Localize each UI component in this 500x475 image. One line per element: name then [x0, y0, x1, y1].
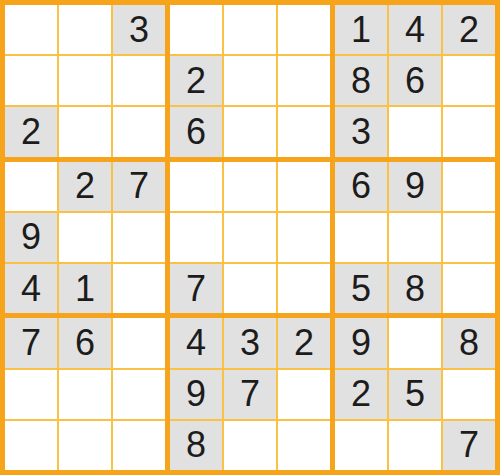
cell-r2c9[interactable] — [443, 56, 495, 105]
cell-r5c9[interactable] — [443, 213, 495, 262]
cell-r1c5[interactable] — [224, 5, 276, 54]
cell-r6c3[interactable] — [113, 264, 165, 313]
cell-r8c4: 9 — [170, 370, 222, 419]
cell-r2c7: 8 — [335, 56, 387, 105]
cell-r9c4: 8 — [170, 421, 222, 470]
cell-r1c4[interactable] — [170, 5, 222, 54]
cell-r7c5: 3 — [224, 318, 276, 367]
box-2: 26 — [170, 5, 330, 157]
cell-r9c1[interactable] — [5, 421, 57, 470]
cell-r5c2[interactable] — [59, 213, 111, 262]
cell-r1c2[interactable] — [59, 5, 111, 54]
cell-r7c1: 7 — [5, 318, 57, 367]
cell-r7c2: 6 — [59, 318, 111, 367]
cell-r9c2[interactable] — [59, 421, 111, 470]
cell-r6c7: 5 — [335, 264, 387, 313]
box-4: 27941 — [5, 162, 165, 314]
cell-r1c7: 1 — [335, 5, 387, 54]
cell-r7c4: 4 — [170, 318, 222, 367]
cell-r5c6[interactable] — [278, 213, 330, 262]
cell-r4c1[interactable] — [5, 162, 57, 211]
cell-r2c1[interactable] — [5, 56, 57, 105]
cell-r7c9: 8 — [443, 318, 495, 367]
cell-r8c8: 5 — [389, 370, 441, 419]
cell-r4c4[interactable] — [170, 162, 222, 211]
cell-r2c8: 6 — [389, 56, 441, 105]
cell-r4c7: 6 — [335, 162, 387, 211]
cell-r2c3[interactable] — [113, 56, 165, 105]
cell-r3c8[interactable] — [389, 107, 441, 156]
box-3: 142863 — [335, 5, 495, 157]
cell-r8c9[interactable] — [443, 370, 495, 419]
cell-r6c2: 1 — [59, 264, 111, 313]
cell-r9c7[interactable] — [335, 421, 387, 470]
cell-r8c6[interactable] — [278, 370, 330, 419]
cell-r6c9[interactable] — [443, 264, 495, 313]
cell-r8c5: 7 — [224, 370, 276, 419]
cell-r1c1[interactable] — [5, 5, 57, 54]
cell-r4c2: 2 — [59, 162, 111, 211]
cell-r3c9[interactable] — [443, 107, 495, 156]
cell-r4c8: 9 — [389, 162, 441, 211]
cell-r8c1[interactable] — [5, 370, 57, 419]
cell-r9c6[interactable] — [278, 421, 330, 470]
box-1: 32 — [5, 5, 165, 157]
cell-r5c8[interactable] — [389, 213, 441, 262]
cell-r6c1: 4 — [5, 264, 57, 313]
cell-r7c3[interactable] — [113, 318, 165, 367]
cell-r6c4: 7 — [170, 264, 222, 313]
cell-r4c3: 7 — [113, 162, 165, 211]
cell-r5c3[interactable] — [113, 213, 165, 262]
cell-r5c4[interactable] — [170, 213, 222, 262]
cell-r2c4: 2 — [170, 56, 222, 105]
cell-r1c3: 3 — [113, 5, 165, 54]
cell-r6c6[interactable] — [278, 264, 330, 313]
cell-r3c5[interactable] — [224, 107, 276, 156]
cell-r3c1: 2 — [5, 107, 57, 156]
cell-r6c8: 8 — [389, 264, 441, 313]
cell-r8c2[interactable] — [59, 370, 111, 419]
cell-r2c6[interactable] — [278, 56, 330, 105]
cell-r1c8: 4 — [389, 5, 441, 54]
cell-r8c3[interactable] — [113, 370, 165, 419]
box-7: 76 — [5, 318, 165, 470]
sudoku-board: 322614286327941769587643297898257 — [0, 0, 500, 475]
box-8: 432978 — [170, 318, 330, 470]
box-5: 7 — [170, 162, 330, 314]
box-9: 98257 — [335, 318, 495, 470]
cell-r3c6[interactable] — [278, 107, 330, 156]
cell-r2c2[interactable] — [59, 56, 111, 105]
cell-r4c6[interactable] — [278, 162, 330, 211]
cell-r3c7: 3 — [335, 107, 387, 156]
cell-r9c5[interactable] — [224, 421, 276, 470]
cell-r4c9[interactable] — [443, 162, 495, 211]
cell-r3c2[interactable] — [59, 107, 111, 156]
cell-r7c6: 2 — [278, 318, 330, 367]
cell-r9c9: 7 — [443, 421, 495, 470]
cell-r7c7: 9 — [335, 318, 387, 367]
cell-r9c8[interactable] — [389, 421, 441, 470]
box-6: 6958 — [335, 162, 495, 314]
cell-r1c9: 2 — [443, 5, 495, 54]
cell-r1c6[interactable] — [278, 5, 330, 54]
cell-r5c1: 9 — [5, 213, 57, 262]
cell-r4c5[interactable] — [224, 162, 276, 211]
cell-r5c5[interactable] — [224, 213, 276, 262]
cell-r6c5[interactable] — [224, 264, 276, 313]
cell-r9c3[interactable] — [113, 421, 165, 470]
cell-r7c8[interactable] — [389, 318, 441, 367]
cell-r5c7[interactable] — [335, 213, 387, 262]
cell-r3c3[interactable] — [113, 107, 165, 156]
cell-r3c4: 6 — [170, 107, 222, 156]
cell-r2c5[interactable] — [224, 56, 276, 105]
cell-r8c7: 2 — [335, 370, 387, 419]
